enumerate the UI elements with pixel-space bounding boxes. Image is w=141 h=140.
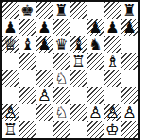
square-d6[interactable]: ♛ — [53, 36, 70, 53]
square-e7[interactable] — [70, 19, 87, 36]
piece-bR-h8: ♜ — [122, 2, 136, 19]
square-b1[interactable] — [19, 121, 36, 138]
square-f8[interactable] — [87, 2, 104, 19]
piece-wN-d2: ♘ — [54, 104, 68, 121]
square-h2[interactable]: ♙ — [121, 104, 138, 121]
square-f1[interactable] — [87, 121, 104, 138]
square-c8[interactable] — [36, 2, 53, 19]
square-a4[interactable] — [2, 70, 19, 87]
square-g6[interactable] — [104, 36, 121, 53]
square-g2[interactable]: ♙ — [104, 104, 121, 121]
square-a8[interactable] — [2, 2, 19, 19]
square-a3[interactable] — [2, 87, 19, 104]
piece-bB-e6: ♝ — [71, 36, 85, 53]
square-e1[interactable] — [70, 121, 87, 138]
square-h4[interactable] — [121, 70, 138, 87]
square-d7[interactable] — [53, 19, 70, 36]
square-h1[interactable] — [121, 121, 138, 138]
piece-wK-g1: ♔ — [105, 121, 119, 138]
square-c1[interactable] — [36, 121, 53, 138]
piece-wQ-a6: ♕ — [3, 36, 17, 53]
square-h8[interactable]: ♜ — [121, 2, 138, 19]
square-f6[interactable]: ♞ — [87, 36, 104, 53]
square-g7[interactable]: ♟ — [104, 19, 121, 36]
square-d8[interactable]: ♜ — [53, 2, 70, 19]
square-b2[interactable] — [19, 104, 36, 121]
square-h6[interactable] — [121, 36, 138, 53]
piece-bP-c7: ♟ — [37, 19, 51, 36]
square-b8[interactable]: ♚ — [19, 2, 36, 19]
square-f4[interactable] — [87, 70, 104, 87]
square-h5[interactable] — [121, 53, 138, 70]
square-f5[interactable] — [87, 53, 104, 70]
square-h7[interactable]: ♟ — [121, 19, 138, 36]
square-d3[interactable] — [53, 87, 70, 104]
piece-wN-d4: ♘ — [54, 70, 68, 87]
square-f2[interactable]: ♙ — [87, 104, 104, 121]
piece-wP-a2: ♙ — [3, 104, 17, 121]
piece-wP-c3: ♙ — [37, 87, 51, 104]
chess-board: ♚♜♜♟♟♟♟♟♕♝♟♛♝♞♖♗♘♙♙♘♙♙♙♖♔ — [2, 2, 138, 138]
piece-wP-h2: ♙ — [122, 104, 136, 121]
square-c2[interactable] — [36, 104, 53, 121]
square-g3[interactable] — [104, 87, 121, 104]
square-a7[interactable]: ♟ — [2, 19, 19, 36]
piece-bP-h7: ♟ — [122, 19, 136, 36]
square-d5[interactable] — [53, 53, 70, 70]
piece-bB-b6: ♝ — [20, 36, 34, 53]
piece-bP-a7: ♟ — [3, 19, 17, 36]
square-g1[interactable]: ♔ — [104, 121, 121, 138]
square-b5[interactable] — [19, 53, 36, 70]
square-a2[interactable]: ♙ — [2, 104, 19, 121]
piece-bN-f6: ♞ — [88, 36, 102, 53]
square-e8[interactable] — [70, 2, 87, 19]
piece-bP-g7: ♟ — [105, 19, 119, 36]
square-e5[interactable]: ♖ — [70, 53, 87, 70]
square-g5[interactable]: ♗ — [104, 53, 121, 70]
piece-bP-c6: ♟ — [37, 36, 51, 53]
square-a5[interactable] — [2, 53, 19, 70]
piece-wR-a1: ♖ — [3, 121, 17, 138]
square-d2[interactable]: ♘ — [53, 104, 70, 121]
square-b6[interactable]: ♝ — [19, 36, 36, 53]
square-e4[interactable] — [70, 70, 87, 87]
square-b3[interactable] — [19, 87, 36, 104]
square-c7[interactable]: ♟ — [36, 19, 53, 36]
square-g8[interactable] — [104, 2, 121, 19]
piece-bQ-d6: ♛ — [54, 36, 68, 53]
piece-bR-d8: ♜ — [54, 2, 68, 19]
square-c4[interactable] — [36, 70, 53, 87]
board-frame: ♚♜♜♟♟♟♟♟♕♝♟♛♝♞♖♗♘♙♙♘♙♙♙♖♔ — [0, 0, 140, 140]
square-c6[interactable]: ♟ — [36, 36, 53, 53]
square-c5[interactable] — [36, 53, 53, 70]
square-b4[interactable] — [19, 70, 36, 87]
square-d4[interactable]: ♘ — [53, 70, 70, 87]
piece-wB-g5: ♗ — [105, 53, 119, 70]
square-g4[interactable] — [104, 70, 121, 87]
square-c3[interactable]: ♙ — [36, 87, 53, 104]
square-f3[interactable] — [87, 87, 104, 104]
square-d1[interactable] — [53, 121, 70, 138]
piece-wR-e5: ♖ — [71, 53, 85, 70]
piece-wP-f2: ♙ — [88, 104, 102, 121]
square-e6[interactable]: ♝ — [70, 36, 87, 53]
square-f7[interactable]: ♟ — [87, 19, 104, 36]
square-e3[interactable] — [70, 87, 87, 104]
piece-bP-f7: ♟ — [88, 19, 102, 36]
square-a6[interactable]: ♕ — [2, 36, 19, 53]
square-h3[interactable] — [121, 87, 138, 104]
piece-wP-g2: ♙ — [105, 104, 119, 121]
square-a1[interactable]: ♖ — [2, 121, 19, 138]
square-e2[interactable] — [70, 104, 87, 121]
piece-bK-b8: ♚ — [20, 2, 34, 19]
chess-diagram: ♚♜♜♟♟♟♟♟♕♝♟♛♝♞♖♗♘♙♙♘♙♙♙♖♔ — [0, 0, 141, 140]
square-b7[interactable] — [19, 19, 36, 36]
